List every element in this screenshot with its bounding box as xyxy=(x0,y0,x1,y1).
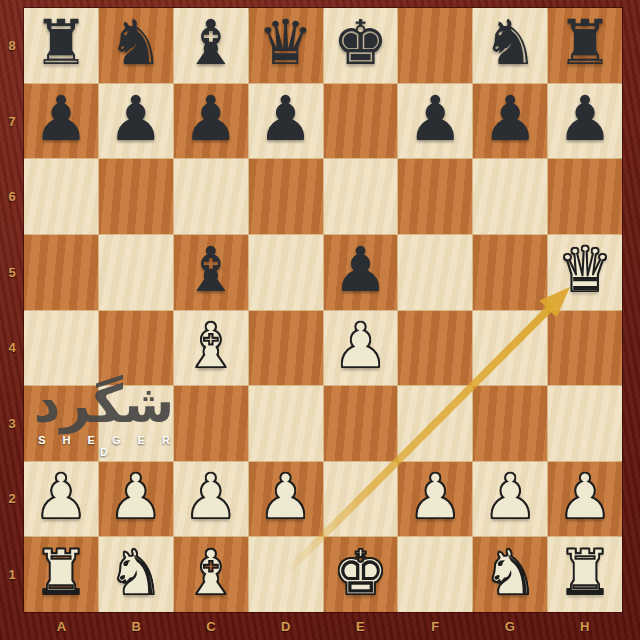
rank-label-7: 7 xyxy=(0,84,24,160)
black-rook: ♜ xyxy=(33,12,89,74)
square-h4[interactable] xyxy=(548,311,622,386)
square-e5[interactable]: ♟ xyxy=(324,235,398,310)
black-pawn: ♟ xyxy=(482,88,538,150)
black-pawn: ♟ xyxy=(408,88,464,150)
square-b4[interactable] xyxy=(99,311,173,386)
square-g4[interactable] xyxy=(473,311,547,386)
white-bishop: ♝ xyxy=(183,542,239,604)
white-rook: ♜ xyxy=(557,542,613,604)
file-label-g: G xyxy=(473,612,548,640)
square-c5[interactable]: ♝ xyxy=(174,235,248,310)
square-b7[interactable]: ♟ xyxy=(99,84,173,159)
square-c1[interactable]: ♝ xyxy=(174,537,248,612)
black-knight: ♞ xyxy=(108,12,164,74)
square-e7[interactable] xyxy=(324,84,398,159)
black-queen: ♛ xyxy=(258,12,314,74)
square-e8[interactable]: ♚ xyxy=(324,8,398,83)
square-g3[interactable] xyxy=(473,386,547,461)
black-bishop: ♝ xyxy=(183,239,239,301)
square-h3[interactable] xyxy=(548,386,622,461)
black-rook: ♜ xyxy=(557,12,613,74)
white-pawn: ♟ xyxy=(557,466,613,528)
square-a5[interactable] xyxy=(24,235,98,310)
white-pawn: ♟ xyxy=(258,466,314,528)
square-d2[interactable]: ♟ xyxy=(249,462,323,537)
square-h8[interactable]: ♜ xyxy=(548,8,622,83)
square-e1[interactable]: ♚ xyxy=(324,537,398,612)
white-pawn: ♟ xyxy=(408,466,464,528)
square-d8[interactable]: ♛ xyxy=(249,8,323,83)
white-rook: ♜ xyxy=(33,542,89,604)
file-label-b: B xyxy=(99,612,174,640)
rank-label-8: 8 xyxy=(0,8,24,84)
file-label-f: F xyxy=(398,612,473,640)
square-g8[interactable]: ♞ xyxy=(473,8,547,83)
square-e4[interactable]: ♟ xyxy=(324,311,398,386)
square-f2[interactable]: ♟ xyxy=(398,462,472,537)
square-f3[interactable] xyxy=(398,386,472,461)
white-knight: ♞ xyxy=(482,542,538,604)
white-pawn: ♟ xyxy=(33,466,89,528)
square-f7[interactable]: ♟ xyxy=(398,84,472,159)
square-f1[interactable] xyxy=(398,537,472,612)
square-a1[interactable]: ♜ xyxy=(24,537,98,612)
square-e6[interactable] xyxy=(324,159,398,234)
square-d5[interactable] xyxy=(249,235,323,310)
rank-label-2: 2 xyxy=(0,461,24,537)
square-b5[interactable] xyxy=(99,235,173,310)
black-knight: ♞ xyxy=(482,12,538,74)
square-d4[interactable] xyxy=(249,311,323,386)
square-b2[interactable]: ♟ xyxy=(99,462,173,537)
white-pawn: ♟ xyxy=(108,466,164,528)
square-d1[interactable] xyxy=(249,537,323,612)
square-d7[interactable]: ♟ xyxy=(249,84,323,159)
black-pawn: ♟ xyxy=(333,239,389,301)
white-pawn: ♟ xyxy=(183,466,239,528)
black-pawn: ♟ xyxy=(258,88,314,150)
square-f4[interactable] xyxy=(398,311,472,386)
square-g5[interactable] xyxy=(473,235,547,310)
square-e2[interactable] xyxy=(324,462,398,537)
square-g6[interactable] xyxy=(473,159,547,234)
white-pawn: ♟ xyxy=(333,315,389,377)
square-a3[interactable] xyxy=(24,386,98,461)
square-f5[interactable] xyxy=(398,235,472,310)
black-pawn: ♟ xyxy=(557,88,613,150)
square-b6[interactable] xyxy=(99,159,173,234)
square-c8[interactable]: ♝ xyxy=(174,8,248,83)
black-pawn: ♟ xyxy=(183,88,239,150)
white-knight: ♞ xyxy=(108,542,164,604)
rank-label-4: 4 xyxy=(0,310,24,386)
square-e3[interactable] xyxy=(324,386,398,461)
white-queen: ♛ xyxy=(557,239,613,301)
black-bishop: ♝ xyxy=(183,12,239,74)
chess-board: ♜♞♝♛♚♞♜♟♟♟♟♟♟♟♝♟♛♝♟♟♟♟♟♟♟♟♜♞♝♚♞♜ xyxy=(24,8,622,612)
square-a7[interactable]: ♟ xyxy=(24,84,98,159)
square-d6[interactable] xyxy=(249,159,323,234)
white-king: ♚ xyxy=(333,542,389,604)
square-d3[interactable] xyxy=(249,386,323,461)
file-label-c: C xyxy=(174,612,249,640)
file-label-h: H xyxy=(547,612,622,640)
square-b1[interactable]: ♞ xyxy=(99,537,173,612)
square-a6[interactable] xyxy=(24,159,98,234)
file-label-d: D xyxy=(248,612,323,640)
square-c6[interactable] xyxy=(174,159,248,234)
chess-board-frame: 87654321 ♜♞♝♛♚♞♜♟♟♟♟♟♟♟♝♟♛♝♟♟♟♟♟♟♟♟♜♞♝♚♞… xyxy=(0,0,640,640)
rank-label-5: 5 xyxy=(0,235,24,311)
square-h5[interactable]: ♛ xyxy=(548,235,622,310)
rank-label-1: 1 xyxy=(0,537,24,613)
square-a8[interactable]: ♜ xyxy=(24,8,98,83)
square-b3[interactable] xyxy=(99,386,173,461)
white-pawn: ♟ xyxy=(482,466,538,528)
rank-label-3: 3 xyxy=(0,386,24,462)
square-c3[interactable] xyxy=(174,386,248,461)
black-pawn: ♟ xyxy=(33,88,89,150)
black-king: ♚ xyxy=(333,12,389,74)
square-h6[interactable] xyxy=(548,159,622,234)
square-g7[interactable]: ♟ xyxy=(473,84,547,159)
black-pawn: ♟ xyxy=(108,88,164,150)
file-labels: ABCDEFGH xyxy=(24,612,622,640)
white-bishop: ♝ xyxy=(183,315,239,377)
square-c4[interactable]: ♝ xyxy=(174,311,248,386)
rank-label-6: 6 xyxy=(0,159,24,235)
square-h7[interactable]: ♟ xyxy=(548,84,622,159)
square-h1[interactable]: ♜ xyxy=(548,537,622,612)
square-h2[interactable]: ♟ xyxy=(548,462,622,537)
square-c2[interactable]: ♟ xyxy=(174,462,248,537)
square-c7[interactable]: ♟ xyxy=(174,84,248,159)
square-g2[interactable]: ♟ xyxy=(473,462,547,537)
square-f6[interactable] xyxy=(398,159,472,234)
rank-labels: 87654321 xyxy=(0,8,24,612)
file-label-a: A xyxy=(24,612,99,640)
file-label-e: E xyxy=(323,612,398,640)
square-f8[interactable] xyxy=(398,8,472,83)
square-a4[interactable] xyxy=(24,311,98,386)
square-b8[interactable]: ♞ xyxy=(99,8,173,83)
square-a2[interactable]: ♟ xyxy=(24,462,98,537)
square-g1[interactable]: ♞ xyxy=(473,537,547,612)
